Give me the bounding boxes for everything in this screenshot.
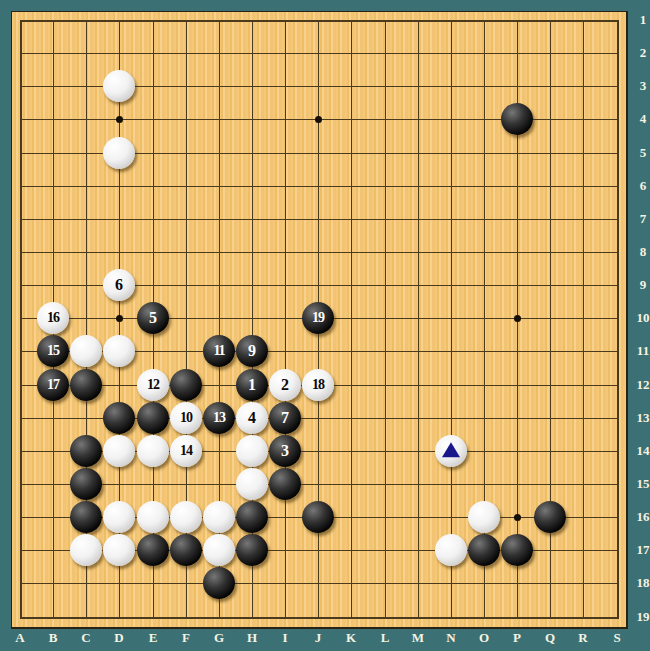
stone-black-C12[interactable] bbox=[70, 369, 102, 401]
stone-white-B10[interactable]: 16 bbox=[37, 302, 69, 334]
stone-black-E10[interactable]: 5 bbox=[137, 302, 169, 334]
stone-black-Q16[interactable] bbox=[534, 501, 566, 533]
col-label-R: R bbox=[578, 630, 587, 646]
stone-black-H17[interactable] bbox=[236, 534, 268, 566]
col-label-B: B bbox=[49, 630, 58, 646]
move-number: 11 bbox=[213, 344, 224, 358]
grid-line bbox=[20, 20, 619, 22]
stone-white-F16[interactable] bbox=[170, 501, 202, 533]
stone-black-E17[interactable] bbox=[137, 534, 169, 566]
stone-white-E16[interactable] bbox=[137, 501, 169, 533]
stone-black-B12[interactable]: 17 bbox=[37, 369, 69, 401]
star-point bbox=[315, 116, 322, 123]
move-number: 17 bbox=[47, 378, 59, 392]
stone-white-D9[interactable]: 6 bbox=[103, 269, 135, 301]
row-label-10: 10 bbox=[636, 310, 650, 326]
col-label-A: A bbox=[15, 630, 24, 646]
row-label-13: 13 bbox=[636, 410, 650, 426]
stone-black-F12[interactable] bbox=[170, 369, 202, 401]
col-label-M: M bbox=[412, 630, 424, 646]
star-point bbox=[514, 315, 521, 322]
row-label-5: 5 bbox=[636, 145, 650, 161]
stone-black-F17[interactable] bbox=[170, 534, 202, 566]
grid-line bbox=[20, 583, 619, 584]
stone-black-H16[interactable] bbox=[236, 501, 268, 533]
star-point bbox=[116, 315, 123, 322]
col-label-F: F bbox=[182, 630, 190, 646]
star-point bbox=[514, 514, 521, 521]
move-number: 16 bbox=[47, 311, 59, 325]
grid-line bbox=[285, 20, 286, 619]
stone-black-C16[interactable] bbox=[70, 501, 102, 533]
grid-line bbox=[351, 20, 352, 619]
row-label-8: 8 bbox=[636, 244, 650, 260]
stone-black-I14[interactable]: 3 bbox=[269, 435, 301, 467]
stone-black-H12[interactable]: 1 bbox=[236, 369, 268, 401]
grid-line bbox=[451, 20, 452, 619]
stone-white-N17[interactable] bbox=[435, 534, 467, 566]
col-label-Q: Q bbox=[545, 630, 555, 646]
go-board[interactable]: 6165191511917121218101347143 bbox=[20, 20, 617, 617]
stone-black-C14[interactable] bbox=[70, 435, 102, 467]
move-number: 18 bbox=[312, 378, 324, 392]
col-label-I: I bbox=[282, 630, 287, 646]
stone-black-E13[interactable] bbox=[137, 402, 169, 434]
stone-white-F13[interactable]: 10 bbox=[170, 402, 202, 434]
row-label-7: 7 bbox=[636, 211, 650, 227]
row-label-4: 4 bbox=[636, 111, 650, 127]
stone-white-D5[interactable] bbox=[103, 137, 135, 169]
stone-white-I12[interactable]: 2 bbox=[269, 369, 301, 401]
move-number: 15 bbox=[47, 344, 59, 358]
row-label-14: 14 bbox=[636, 443, 650, 459]
stone-black-I13[interactable]: 7 bbox=[269, 402, 301, 434]
move-number: 5 bbox=[149, 310, 157, 326]
row-label-9: 9 bbox=[636, 277, 650, 293]
grid-line bbox=[20, 186, 619, 187]
stone-white-D14[interactable] bbox=[103, 435, 135, 467]
row-label-15: 15 bbox=[636, 476, 650, 492]
grid-line bbox=[20, 20, 22, 619]
stone-black-P4[interactable] bbox=[501, 103, 533, 135]
move-number: 1 bbox=[248, 377, 256, 393]
move-number: 3 bbox=[281, 443, 289, 459]
stone-black-J10[interactable]: 19 bbox=[302, 302, 334, 334]
move-number: 2 bbox=[281, 377, 289, 393]
stone-white-E12[interactable]: 12 bbox=[137, 369, 169, 401]
col-label-K: K bbox=[346, 630, 356, 646]
stone-black-P17[interactable] bbox=[501, 534, 533, 566]
col-label-P: P bbox=[513, 630, 521, 646]
row-label-6: 6 bbox=[636, 178, 650, 194]
move-number: 7 bbox=[281, 410, 289, 426]
move-number: 14 bbox=[180, 444, 192, 458]
stone-white-F14[interactable]: 14 bbox=[170, 435, 202, 467]
stone-black-C15[interactable] bbox=[70, 468, 102, 500]
star-point bbox=[116, 116, 123, 123]
move-number: 19 bbox=[312, 311, 324, 325]
col-label-E: E bbox=[149, 630, 158, 646]
row-label-19: 19 bbox=[636, 609, 650, 625]
move-number: 10 bbox=[180, 411, 192, 425]
move-number: 12 bbox=[147, 378, 159, 392]
stone-white-H13[interactable]: 4 bbox=[236, 402, 268, 434]
move-number: 9 bbox=[248, 343, 256, 359]
stone-black-B11[interactable]: 15 bbox=[37, 335, 69, 367]
stone-white-H14[interactable] bbox=[236, 435, 268, 467]
grid-line bbox=[385, 20, 386, 619]
grid-line bbox=[20, 484, 619, 485]
stone-white-D16[interactable] bbox=[103, 501, 135, 533]
grid-line bbox=[20, 53, 619, 54]
stone-white-G17[interactable] bbox=[203, 534, 235, 566]
stone-white-C11[interactable] bbox=[70, 335, 102, 367]
col-label-G: G bbox=[214, 630, 224, 646]
col-label-S: S bbox=[613, 630, 620, 646]
stone-black-D13[interactable] bbox=[103, 402, 135, 434]
stone-white-C17[interactable] bbox=[70, 534, 102, 566]
stone-black-G18[interactable] bbox=[203, 567, 235, 599]
stone-white-D3[interactable] bbox=[103, 70, 135, 102]
row-label-16: 16 bbox=[636, 509, 650, 525]
grid-line bbox=[20, 617, 619, 619]
grid-line bbox=[20, 219, 619, 220]
stone-black-H11[interactable]: 9 bbox=[236, 335, 268, 367]
grid-line bbox=[418, 20, 419, 619]
col-label-O: O bbox=[479, 630, 489, 646]
stone-white-D17[interactable] bbox=[103, 534, 135, 566]
move-number: 4 bbox=[248, 410, 256, 426]
triangle-marker bbox=[442, 442, 460, 457]
row-label-11: 11 bbox=[636, 343, 650, 359]
stone-white-G16[interactable] bbox=[203, 501, 235, 533]
row-label-12: 12 bbox=[636, 377, 650, 393]
grid-line bbox=[20, 252, 619, 253]
stone-black-O17[interactable] bbox=[468, 534, 500, 566]
col-label-L: L bbox=[381, 630, 390, 646]
stone-white-H15[interactable] bbox=[236, 468, 268, 500]
row-label-3: 3 bbox=[636, 78, 650, 94]
row-label-1: 1 bbox=[636, 12, 650, 28]
grid-line bbox=[583, 20, 584, 619]
stone-black-J16[interactable] bbox=[302, 501, 334, 533]
col-label-D: D bbox=[114, 630, 123, 646]
move-number: 6 bbox=[115, 277, 123, 293]
col-label-J: J bbox=[315, 630, 322, 646]
col-label-C: C bbox=[81, 630, 90, 646]
stone-black-I15[interactable] bbox=[269, 468, 301, 500]
stone-white-D11[interactable] bbox=[103, 335, 135, 367]
stone-black-G11[interactable]: 11 bbox=[203, 335, 235, 367]
stone-white-J12[interactable]: 18 bbox=[302, 369, 334, 401]
grid-line bbox=[617, 20, 619, 619]
stone-black-G13[interactable]: 13 bbox=[203, 402, 235, 434]
board-frame: 6165191511917121218101347143 ABCDEFGHIJK… bbox=[0, 0, 650, 651]
col-label-H: H bbox=[247, 630, 257, 646]
col-label-N: N bbox=[446, 630, 455, 646]
move-number: 13 bbox=[213, 411, 225, 425]
row-label-18: 18 bbox=[636, 575, 650, 591]
row-label-2: 2 bbox=[636, 45, 650, 61]
stone-white-E14[interactable] bbox=[137, 435, 169, 467]
stone-white-O16[interactable] bbox=[468, 501, 500, 533]
stone-white-N14[interactable] bbox=[435, 435, 467, 467]
row-label-17: 17 bbox=[636, 542, 650, 558]
